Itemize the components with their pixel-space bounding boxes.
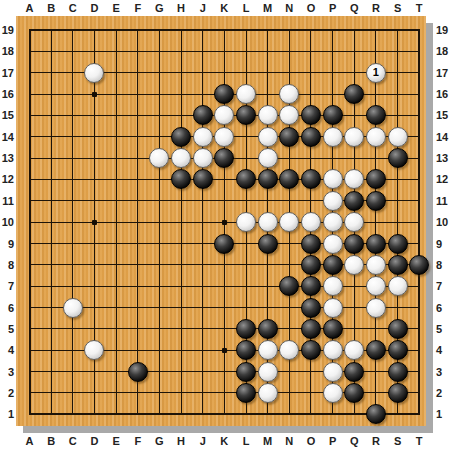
stone-white-N15[interactable] (279, 105, 299, 125)
grid-line (418, 29, 420, 415)
stone-black-R12[interactable] (366, 169, 386, 189)
stone-black-Q9[interactable] (344, 234, 364, 254)
move-number-label: 1 (373, 67, 379, 78)
coord-label-row: 10 (0, 215, 14, 229)
coord-label-column: C (63, 434, 83, 448)
stone-black-R11[interactable] (366, 191, 386, 211)
coord-label-column: O (301, 434, 321, 448)
stone-black-K9[interactable] (214, 234, 234, 254)
stone-white-R8[interactable] (366, 255, 386, 275)
coord-label-row: 5 (436, 322, 450, 336)
stone-white-J13[interactable] (193, 148, 213, 168)
coord-label-row: 17 (0, 66, 14, 80)
stone-white-P2[interactable] (323, 383, 343, 403)
stone-black-S9[interactable] (388, 234, 408, 254)
stone-black-P5[interactable] (323, 319, 343, 339)
stone-black-H14[interactable] (171, 127, 191, 147)
coord-label-column: P (323, 434, 343, 448)
stone-black-L5[interactable] (236, 319, 256, 339)
stone-black-R9[interactable] (366, 234, 386, 254)
coord-label-column: L (236, 1, 256, 15)
coord-label-column: E (106, 434, 126, 448)
coord-label-column: S (388, 434, 408, 448)
go-diagram: ABCDEFGHJKLMNOPQRST ABCDEFGHJKLMNOPQRST … (0, 0, 450, 450)
coord-label-row: 16 (0, 87, 14, 101)
stone-black-O15[interactable] (301, 105, 321, 125)
coord-label-row: 18 (436, 44, 450, 58)
coord-label-row: 13 (436, 151, 450, 165)
stone-black-S5[interactable] (388, 319, 408, 339)
stone-white-M15[interactable] (258, 105, 278, 125)
coord-label-row: 4 (0, 343, 14, 357)
stone-white-O10[interactable] (301, 212, 321, 232)
stone-black-Q11[interactable] (344, 191, 364, 211)
stone-black-N7[interactable] (279, 276, 299, 296)
coord-label-column: R (366, 1, 386, 15)
grid-line (51, 29, 52, 415)
stone-black-L15[interactable] (236, 105, 256, 125)
stone-white-S7[interactable] (388, 276, 408, 296)
grid-line (72, 29, 73, 415)
stone-white-K14[interactable] (214, 127, 234, 147)
coord-label-row: 14 (0, 130, 14, 144)
stone-white-K15[interactable] (214, 105, 234, 125)
coord-label-column: K (214, 434, 234, 448)
stone-black-N14[interactable] (279, 127, 299, 147)
stone-black-R1[interactable] (366, 404, 386, 424)
stone-white-L16[interactable] (236, 84, 256, 104)
stone-white-M4[interactable] (258, 340, 278, 360)
stone-black-Q2[interactable] (344, 383, 364, 403)
stone-white-Q10[interactable] (344, 212, 364, 232)
stone-black-Q3[interactable] (344, 362, 364, 382)
stone-black-T8[interactable] (409, 255, 429, 275)
stone-black-O12[interactable] (301, 169, 321, 189)
coord-label-column: B (41, 1, 61, 15)
stone-black-K16[interactable] (214, 84, 234, 104)
stone-white-R7[interactable] (366, 276, 386, 296)
star-point (222, 348, 227, 353)
stone-white-D17[interactable] (84, 63, 104, 83)
stone-black-S2[interactable] (388, 383, 408, 403)
stone-white-Q14[interactable] (344, 127, 364, 147)
coord-label-column: T (409, 1, 429, 15)
stone-black-S8[interactable] (388, 255, 408, 275)
stone-white-P6[interactable] (323, 298, 343, 318)
stone-black-K13[interactable] (214, 148, 234, 168)
coord-label-column: H (171, 434, 191, 448)
grid-line (159, 29, 160, 415)
coord-label-column: E (106, 1, 126, 15)
stone-black-L4[interactable] (236, 340, 256, 360)
coord-label-column: F (128, 1, 148, 15)
stone-white-N10[interactable] (279, 212, 299, 232)
coord-label-column: M (258, 434, 278, 448)
coord-label-column: D (84, 1, 104, 15)
stone-white-P11[interactable] (323, 191, 343, 211)
stone-white-S14[interactable] (388, 127, 408, 147)
coord-label-column: T (409, 434, 429, 448)
stone-white-M3[interactable] (258, 362, 278, 382)
stone-black-N12[interactable] (279, 169, 299, 189)
stone-white-R17[interactable]: 1 (366, 63, 386, 83)
coord-label-row: 12 (436, 172, 450, 186)
coord-label-row: 4 (436, 343, 450, 357)
coord-label-row: 3 (0, 365, 14, 379)
stone-white-D4[interactable] (84, 340, 104, 360)
coord-label-row: 1 (0, 407, 14, 421)
stone-black-O7[interactable] (301, 276, 321, 296)
coord-label-column: B (41, 434, 61, 448)
coord-label-column: N (279, 1, 299, 15)
stone-white-P7[interactable] (323, 276, 343, 296)
stone-black-L12[interactable] (236, 169, 256, 189)
coord-label-row: 7 (0, 279, 14, 293)
coord-label-column: R (366, 434, 386, 448)
coord-label-row: 17 (436, 66, 450, 80)
stone-black-J15[interactable] (193, 105, 213, 125)
stone-black-R4[interactable] (366, 340, 386, 360)
grid-line (202, 29, 203, 415)
stone-black-M12[interactable] (258, 169, 278, 189)
coord-label-row: 8 (436, 258, 450, 272)
stone-white-M14[interactable] (258, 127, 278, 147)
coord-label-row: 11 (436, 194, 450, 208)
coord-label-column: K (214, 1, 234, 15)
stone-white-P12[interactable] (323, 169, 343, 189)
coord-label-column: G (149, 434, 169, 448)
coord-label-column: A (20, 1, 40, 15)
coord-label-row: 2 (436, 386, 450, 400)
coord-label-row: 15 (436, 108, 450, 122)
coord-label-row: 10 (436, 215, 450, 229)
stone-black-J12[interactable] (193, 169, 213, 189)
coord-label-row: 19 (436, 23, 450, 37)
coord-label-row: 15 (0, 108, 14, 122)
stone-white-P9[interactable] (323, 234, 343, 254)
stone-black-P15[interactable] (323, 105, 343, 125)
coord-label-column: C (63, 1, 83, 15)
stone-white-R6[interactable] (366, 298, 386, 318)
coord-label-column: H (171, 1, 191, 15)
coord-label-row: 3 (436, 365, 450, 379)
grid-line (116, 29, 117, 415)
stone-black-H12[interactable] (171, 169, 191, 189)
stone-white-P10[interactable] (323, 212, 343, 232)
stone-white-P14[interactable] (323, 127, 343, 147)
stone-white-N16[interactable] (279, 84, 299, 104)
stone-white-Q4[interactable] (344, 340, 364, 360)
stone-black-O9[interactable] (301, 234, 321, 254)
stone-black-M5[interactable] (258, 319, 278, 339)
stone-white-G13[interactable] (149, 148, 169, 168)
grid-line (29, 29, 31, 415)
star-point (92, 220, 97, 225)
stone-black-L3[interactable] (236, 362, 256, 382)
stone-white-M2[interactable] (258, 383, 278, 403)
coord-label-row: 1 (436, 407, 450, 421)
coord-label-column: J (193, 434, 213, 448)
coord-label-column: Q (344, 1, 364, 15)
stone-black-P8[interactable] (323, 255, 343, 275)
stone-white-Q12[interactable] (344, 169, 364, 189)
stone-black-S3[interactable] (388, 362, 408, 382)
coord-label-row: 6 (436, 301, 450, 315)
stone-white-Q8[interactable] (344, 255, 364, 275)
coord-label-row: 9 (436, 237, 450, 251)
stone-white-J14[interactable] (193, 127, 213, 147)
coord-label-column: A (20, 434, 40, 448)
coord-label-column: S (388, 1, 408, 15)
stone-black-R15[interactable] (366, 105, 386, 125)
coord-label-row: 5 (0, 322, 14, 336)
coord-label-column: D (84, 434, 104, 448)
coord-label-row: 18 (0, 44, 14, 58)
stone-white-P4[interactable] (323, 340, 343, 360)
goban[interactable]: 1 (16, 16, 426, 426)
star-point (92, 92, 97, 97)
coord-label-row: 9 (0, 237, 14, 251)
coord-label-column: F (128, 434, 148, 448)
coord-label-row: 13 (0, 151, 14, 165)
coord-label-column: J (193, 1, 213, 15)
stone-black-O6[interactable] (301, 298, 321, 318)
coord-label-column: N (279, 434, 299, 448)
stone-black-L2[interactable] (236, 383, 256, 403)
stone-black-F3[interactable] (128, 362, 148, 382)
coord-label-column: G (149, 1, 169, 15)
coord-label-row: 12 (0, 172, 14, 186)
stone-black-S4[interactable] (388, 340, 408, 360)
stone-black-O4[interactable] (301, 340, 321, 360)
grid-line (137, 29, 138, 415)
coord-label-row: 6 (0, 301, 14, 315)
stone-white-P3[interactable] (323, 362, 343, 382)
stone-black-Q16[interactable] (344, 84, 364, 104)
coord-label-row: 7 (436, 279, 450, 293)
stone-white-H13[interactable] (171, 148, 191, 168)
coord-label-row: 2 (0, 386, 14, 400)
star-point (222, 220, 227, 225)
coord-label-row: 16 (436, 87, 450, 101)
stone-black-M9[interactable] (258, 234, 278, 254)
stone-white-M10[interactable] (258, 212, 278, 232)
stone-black-O14[interactable] (301, 127, 321, 147)
coord-label-column: L (236, 434, 256, 448)
stone-white-M13[interactable] (258, 148, 278, 168)
coord-label-column: Q (344, 434, 364, 448)
stone-black-O8[interactable] (301, 255, 321, 275)
coord-label-row: 19 (0, 23, 14, 37)
coord-label-row: 14 (436, 130, 450, 144)
stone-white-C6[interactable] (63, 298, 83, 318)
stone-white-N4[interactable] (279, 340, 299, 360)
stone-white-R14[interactable] (366, 127, 386, 147)
stone-black-S13[interactable] (388, 148, 408, 168)
coord-label-column: O (301, 1, 321, 15)
coord-label-row: 11 (0, 194, 14, 208)
coord-label-column: M (258, 1, 278, 15)
coord-label-row: 8 (0, 258, 14, 272)
stone-black-O5[interactable] (301, 319, 321, 339)
coord-label-column: P (323, 1, 343, 15)
stone-white-L10[interactable] (236, 212, 256, 232)
grid-line (181, 29, 182, 415)
